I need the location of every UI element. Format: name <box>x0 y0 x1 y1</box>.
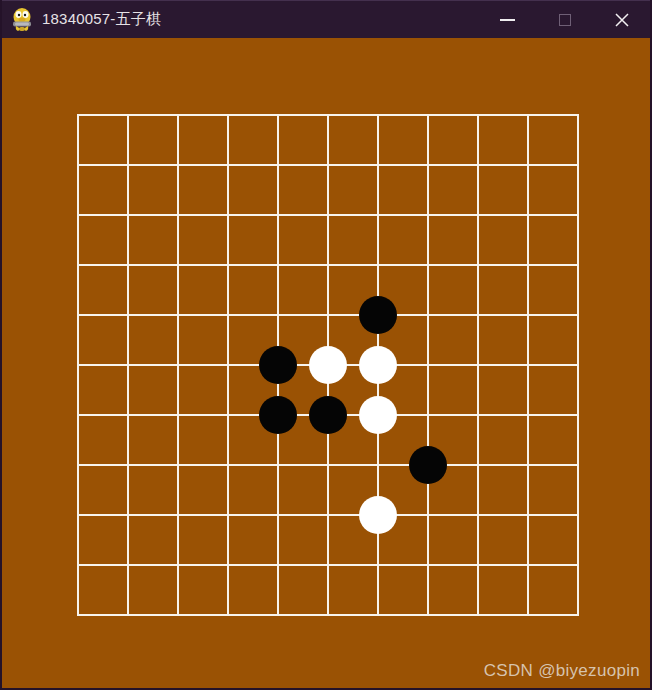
black-stone <box>309 396 347 434</box>
black-stone <box>259 346 297 384</box>
black-stone <box>259 396 297 434</box>
window-title: 18340057-五子棋 <box>42 10 161 29</box>
black-stone <box>359 296 397 334</box>
watermark: CSDN @biyezuopin <box>484 661 640 681</box>
maximize-button[interactable] <box>536 1 593 38</box>
white-stone <box>309 346 347 384</box>
minimize-button[interactable] <box>479 1 536 38</box>
close-icon <box>614 12 630 28</box>
close-button[interactable] <box>593 1 650 38</box>
game-area: CSDN @biyezuopin <box>2 38 650 688</box>
minimize-icon <box>500 19 515 21</box>
white-stone <box>359 396 397 434</box>
board[interactable] <box>77 114 579 616</box>
white-stone <box>359 346 397 384</box>
title-bar: 18340057-五子棋 <box>2 0 650 38</box>
window-controls <box>479 1 650 38</box>
white-stone <box>359 496 397 534</box>
app-window: 18340057-五子棋 CSDN @biyezuopin <box>0 0 652 690</box>
python-app-icon <box>11 7 33 33</box>
black-stone <box>409 446 447 484</box>
maximize-icon <box>559 14 571 26</box>
